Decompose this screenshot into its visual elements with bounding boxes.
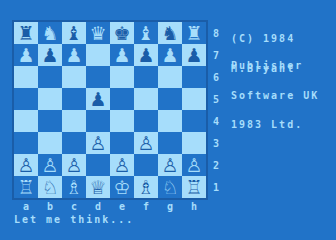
status-message: Let me think... — [14, 215, 134, 225]
piece-bn-b8[interactable]: ♞ — [41, 22, 58, 44]
piece-bp-d5[interactable]: ♟ — [89, 88, 106, 110]
square-f4[interactable] — [134, 110, 158, 132]
square-b8[interactable]: ♞ — [38, 22, 62, 44]
square-e7[interactable]: ♟ — [110, 44, 134, 66]
square-d4[interactable] — [86, 110, 110, 132]
square-e1[interactable]: ♔ — [110, 176, 134, 198]
piece-wp-e2[interactable]: ♙ — [113, 154, 130, 176]
piece-bp-c7[interactable]: ♟ — [65, 44, 82, 66]
publisher-line-1: Publisher — [231, 61, 319, 71]
piece-bp-e7[interactable]: ♟ — [113, 44, 130, 66]
square-b2[interactable]: ♙ — [38, 154, 62, 176]
square-h3[interactable] — [182, 132, 206, 154]
chess-app-screen: ♜♞♝♛♚♝♞♜♟♟♟♟♟♟♟♟♙♙♙♙♙♙♙♙♖♘♗♕♔♗♘♖ abcdefg… — [0, 0, 336, 240]
piece-wp-d3[interactable]: ♙ — [89, 132, 106, 154]
rank-label-1: 1 — [208, 176, 224, 198]
publisher-line-2: Software UK — [231, 91, 319, 101]
square-a4[interactable] — [14, 110, 38, 132]
square-g2[interactable]: ♙ — [158, 154, 182, 176]
chess-board: ♜♞♝♛♚♝♞♜♟♟♟♟♟♟♟♟♙♙♙♙♙♙♙♙♖♘♗♕♔♗♘♖ — [12, 20, 208, 200]
piece-wp-c2[interactable]: ♙ — [65, 154, 82, 176]
piece-bn-g8[interactable]: ♞ — [161, 22, 178, 44]
square-h5[interactable] — [182, 88, 206, 110]
square-d1[interactable]: ♕ — [86, 176, 110, 198]
square-a1[interactable]: ♖ — [14, 176, 38, 198]
square-c8[interactable]: ♝ — [62, 22, 86, 44]
file-label-h: h — [182, 201, 206, 212]
square-e2[interactable]: ♙ — [110, 154, 134, 176]
square-h4[interactable] — [182, 110, 206, 132]
file-labels: abcdefgh — [14, 201, 206, 212]
square-f2[interactable] — [134, 154, 158, 176]
square-a2[interactable]: ♙ — [14, 154, 38, 176]
square-g7[interactable]: ♟ — [158, 44, 182, 66]
square-d5[interactable]: ♟ — [86, 88, 110, 110]
piece-bp-b7[interactable]: ♟ — [41, 44, 58, 66]
piece-wb-f1[interactable]: ♗ — [137, 176, 154, 198]
square-e5[interactable] — [110, 88, 134, 110]
rank-label-6: 6 — [208, 66, 224, 88]
square-g3[interactable] — [158, 132, 182, 154]
piece-wp-b2[interactable]: ♙ — [41, 154, 58, 176]
square-h1[interactable]: ♖ — [182, 176, 206, 198]
file-label-b: b — [38, 201, 62, 212]
piece-wn-b1[interactable]: ♘ — [41, 176, 58, 198]
square-d2[interactable] — [86, 154, 110, 176]
square-b6[interactable] — [38, 66, 62, 88]
square-f3[interactable]: ♙ — [134, 132, 158, 154]
rank-label-8: 8 — [208, 22, 224, 44]
piece-bp-g7[interactable]: ♟ — [161, 44, 178, 66]
piece-wb-c1[interactable]: ♗ — [65, 176, 82, 198]
square-g4[interactable] — [158, 110, 182, 132]
square-g8[interactable]: ♞ — [158, 22, 182, 44]
file-label-c: c — [62, 201, 86, 212]
square-b3[interactable] — [38, 132, 62, 154]
square-a6[interactable] — [14, 66, 38, 88]
rank-label-3: 3 — [208, 132, 224, 154]
piece-bp-a7[interactable]: ♟ — [17, 44, 34, 66]
file-label-d: d — [86, 201, 110, 212]
square-d6[interactable] — [86, 66, 110, 88]
square-g1[interactable]: ♘ — [158, 176, 182, 198]
square-a8[interactable]: ♜ — [14, 22, 38, 44]
rank-label-5: 5 — [208, 88, 224, 110]
square-h2[interactable]: ♙ — [182, 154, 206, 176]
piece-wp-h2[interactable]: ♙ — [185, 154, 202, 176]
square-b7[interactable]: ♟ — [38, 44, 62, 66]
square-b1[interactable]: ♘ — [38, 176, 62, 198]
piece-br-h8[interactable]: ♜ — [185, 22, 202, 44]
square-g6[interactable] — [158, 66, 182, 88]
piece-bp-f7[interactable]: ♟ — [137, 44, 154, 66]
square-f5[interactable] — [134, 88, 158, 110]
publisher-line-3: 1983 Ltd. — [231, 120, 319, 130]
piece-wp-a2[interactable]: ♙ — [17, 154, 34, 176]
square-d8[interactable]: ♛ — [86, 22, 110, 44]
square-e3[interactable] — [110, 132, 134, 154]
piece-bb-c8[interactable]: ♝ — [65, 22, 82, 44]
square-c7[interactable]: ♟ — [62, 44, 86, 66]
piece-bk-e8[interactable]: ♚ — [113, 22, 130, 44]
piece-bq-d8[interactable]: ♛ — [89, 22, 106, 44]
square-e6[interactable] — [110, 66, 134, 88]
square-h6[interactable] — [182, 66, 206, 88]
square-f8[interactable]: ♝ — [134, 22, 158, 44]
piece-wr-h1[interactable]: ♖ — [185, 176, 202, 198]
square-d3[interactable]: ♙ — [86, 132, 110, 154]
square-a7[interactable]: ♟ — [14, 44, 38, 66]
piece-wr-a1[interactable]: ♖ — [17, 176, 34, 198]
piece-bb-f8[interactable]: ♝ — [137, 22, 154, 44]
rank-label-2: 2 — [208, 154, 224, 176]
piece-wk-e1[interactable]: ♔ — [113, 176, 130, 198]
square-c4[interactable] — [62, 110, 86, 132]
square-a3[interactable] — [14, 132, 38, 154]
square-e4[interactable] — [110, 110, 134, 132]
square-f6[interactable] — [134, 66, 158, 88]
rank-labels: 87654321 — [208, 22, 224, 198]
square-g5[interactable] — [158, 88, 182, 110]
square-d7[interactable] — [86, 44, 110, 66]
publisher-text: Publisher Software UK 1983 Ltd. — [231, 41, 319, 150]
square-b4[interactable] — [38, 110, 62, 132]
square-b5[interactable] — [38, 88, 62, 110]
piece-wp-f3[interactable]: ♙ — [137, 132, 154, 154]
square-e8[interactable]: ♚ — [110, 22, 134, 44]
square-c6[interactable] — [62, 66, 86, 88]
rank-label-7: 7 — [208, 44, 224, 66]
rank-label-4: 4 — [208, 110, 224, 132]
file-label-a: a — [14, 201, 38, 212]
square-c3[interactable] — [62, 132, 86, 154]
file-label-e: e — [110, 201, 134, 212]
square-c5[interactable] — [62, 88, 86, 110]
square-h7[interactable]: ♟ — [182, 44, 206, 66]
square-h8[interactable]: ♜ — [182, 22, 206, 44]
square-c2[interactable]: ♙ — [62, 154, 86, 176]
piece-wq-d1[interactable]: ♕ — [89, 176, 106, 198]
piece-bp-h7[interactable]: ♟ — [185, 44, 202, 66]
square-f7[interactable]: ♟ — [134, 44, 158, 66]
square-f1[interactable]: ♗ — [134, 176, 158, 198]
file-label-g: g — [158, 201, 182, 212]
file-label-f: f — [134, 201, 158, 212]
piece-wp-g2[interactable]: ♙ — [161, 154, 178, 176]
piece-wn-g1[interactable]: ♘ — [161, 176, 178, 198]
square-c1[interactable]: ♗ — [62, 176, 86, 198]
square-a5[interactable] — [14, 88, 38, 110]
piece-br-a8[interactable]: ♜ — [17, 22, 34, 44]
